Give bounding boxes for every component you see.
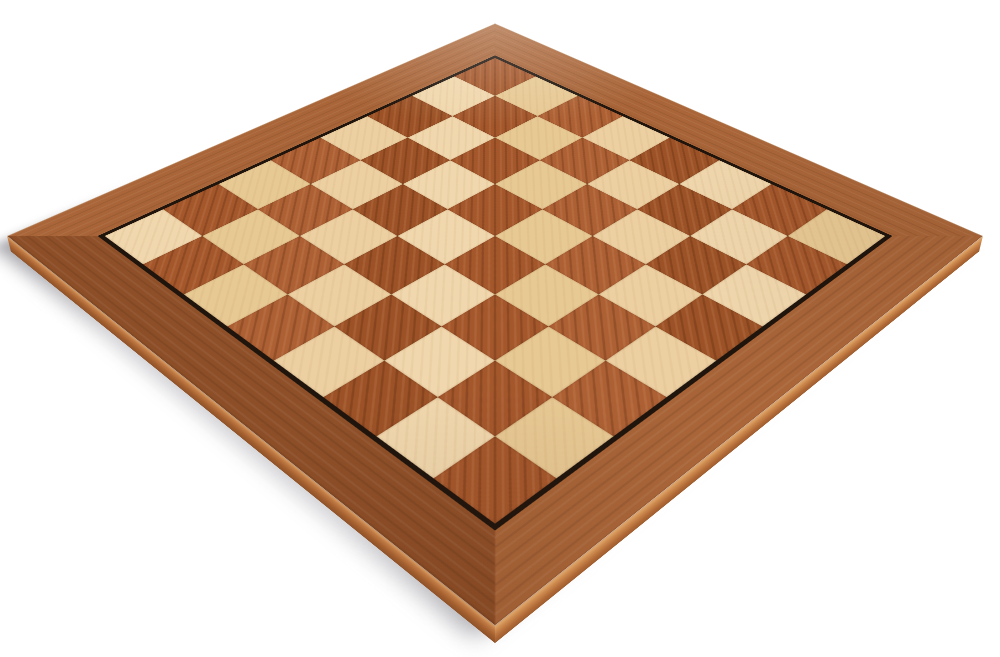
square-r4c5[interactable]	[495, 264, 599, 326]
square-r4c4[interactable]	[445, 236, 546, 294]
square-r5c4[interactable]	[391, 264, 495, 326]
product-photo-stage	[0, 0, 1000, 657]
square-r6c6[interactable]	[438, 361, 552, 437]
square-r1c7[interactable]	[746, 236, 847, 294]
chessboard	[7, 24, 983, 626]
board-scene	[0, 0, 1000, 657]
square-r6c7[interactable]	[495, 397, 613, 478]
square-r2c7[interactable]	[702, 264, 806, 326]
square-r3c7[interactable]	[656, 294, 763, 360]
square-r4c6[interactable]	[549, 294, 656, 360]
square-r6c4[interactable]	[334, 294, 441, 360]
square-r7c5[interactable]	[323, 361, 437, 437]
square-r5c7[interactable]	[552, 361, 666, 437]
square-r7c6[interactable]	[377, 397, 495, 478]
square-r7c4[interactable]	[274, 326, 385, 397]
square-r7c1[interactable]	[143, 236, 244, 294]
square-r5c3[interactable]	[344, 236, 445, 294]
playing-field	[105, 58, 886, 524]
square-r4c7[interactable]	[606, 326, 717, 397]
square-r6c2[interactable]	[244, 236, 345, 294]
square-r6c5[interactable]	[384, 326, 495, 397]
square-r7c3[interactable]	[227, 294, 334, 360]
square-r3c6[interactable]	[599, 264, 703, 326]
square-r5c5[interactable]	[441, 294, 548, 360]
board-top-surface	[7, 24, 983, 626]
square-r2c6[interactable]	[646, 236, 747, 294]
square-r5c6[interactable]	[495, 326, 606, 397]
square-r6c3[interactable]	[288, 264, 392, 326]
square-r7c7[interactable]	[434, 436, 557, 523]
square-r3c5[interactable]	[545, 236, 646, 294]
square-r7c2[interactable]	[184, 264, 288, 326]
